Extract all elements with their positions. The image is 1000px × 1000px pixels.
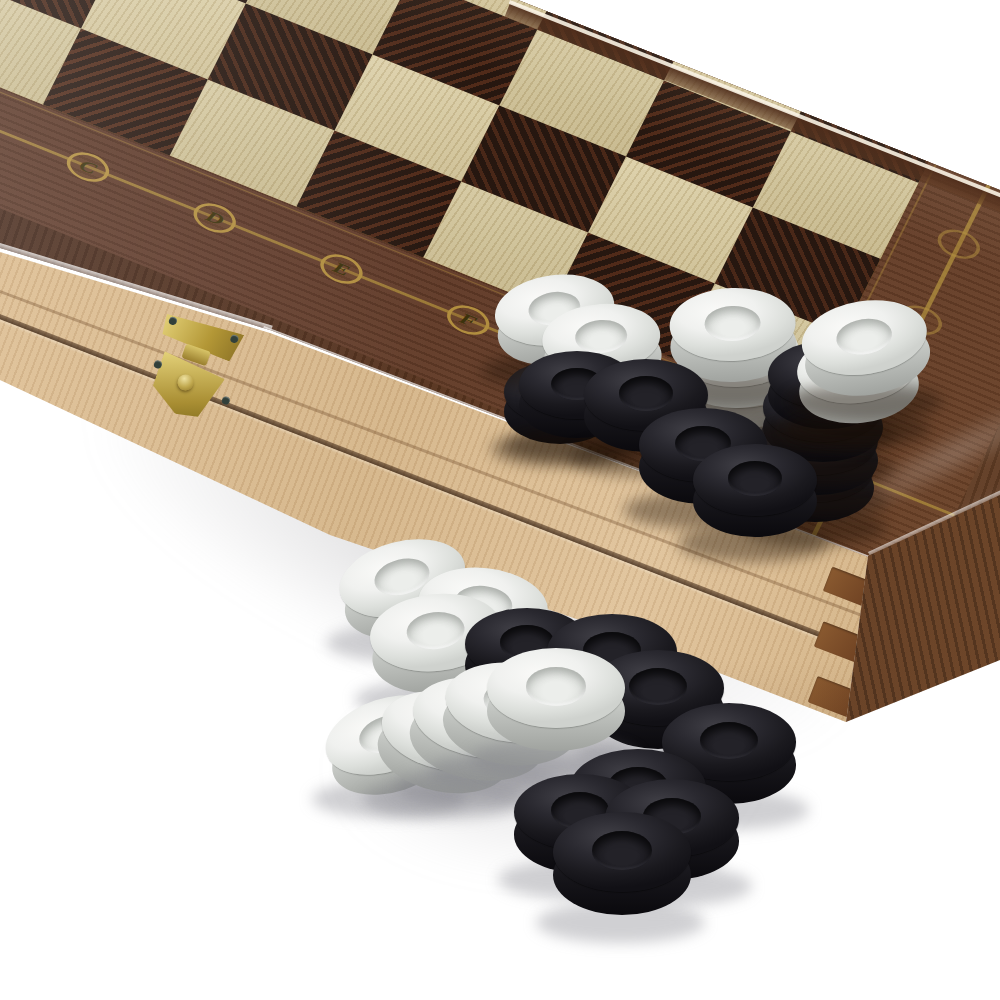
product-photo-scene: { "game": "checkers-draughts (wooden fol…: [0, 0, 1000, 1000]
piece-dimple: [704, 305, 761, 342]
board-square: [867, 0, 1000, 31]
piece-top-face: [693, 444, 817, 516]
clasp-screw-4: [221, 395, 231, 405]
piece-dimple: [834, 315, 894, 358]
black-checker: [553, 812, 691, 916]
white-checker: [487, 648, 625, 752]
piece-dimple: [728, 461, 783, 496]
piece-top-face: [487, 648, 625, 728]
white-checker: [796, 292, 935, 405]
board-square: [575, 0, 741, 5]
piece-dimple: [405, 609, 467, 652]
piece-dimple: [700, 722, 759, 759]
board-square: [829, 0, 995, 107]
piece-top-face: [553, 812, 691, 892]
piece-dimple: [592, 831, 653, 869]
board-square: [702, 0, 868, 56]
piece-dimple: [526, 667, 587, 705]
piece-dimple: [629, 668, 687, 705]
black-checker: [693, 444, 817, 537]
piece-dimple: [619, 376, 674, 411]
piece-dimple: [574, 318, 628, 354]
